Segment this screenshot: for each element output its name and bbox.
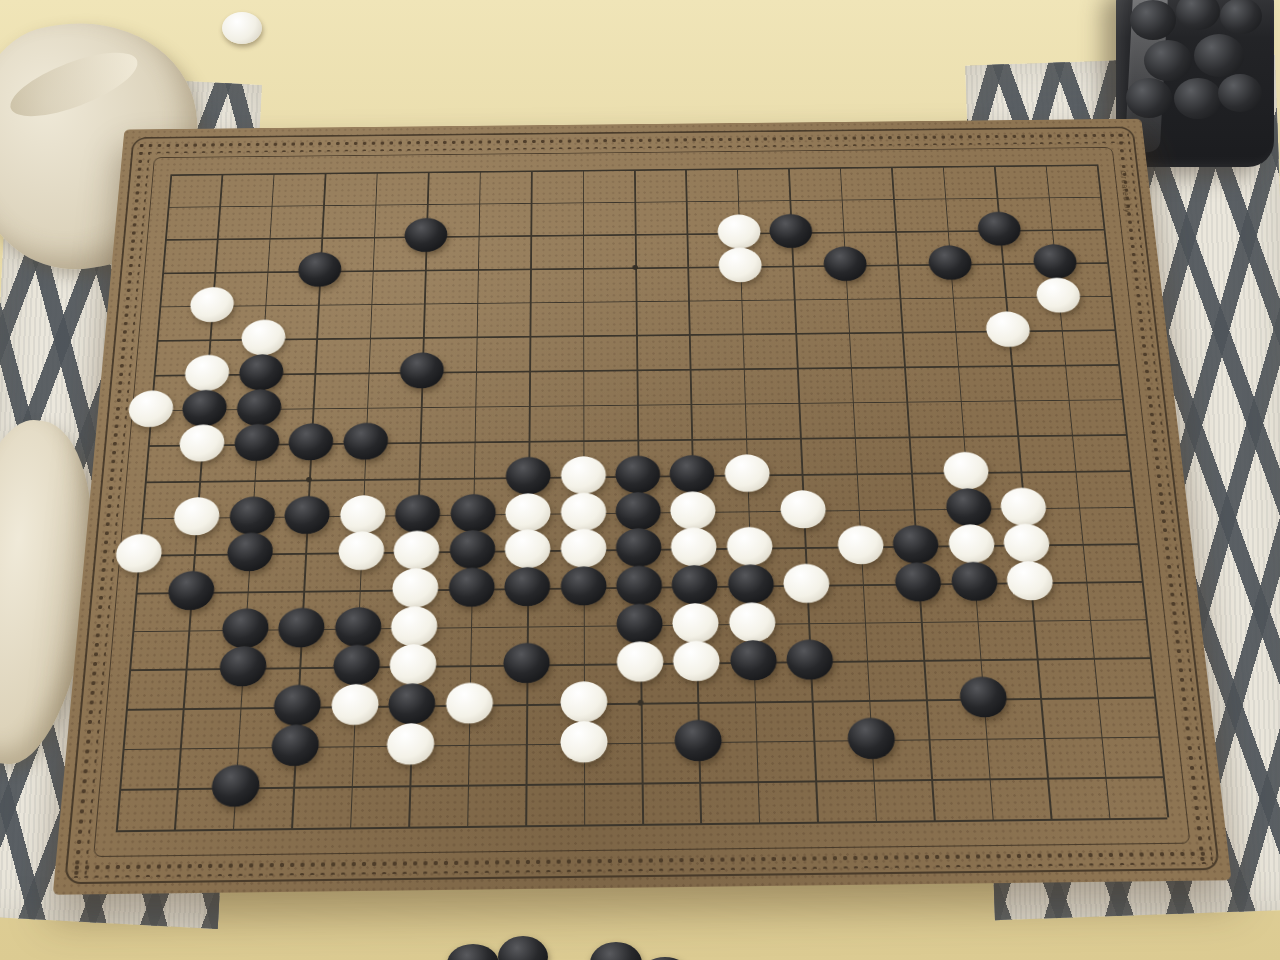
white-stone[interactable] [560,681,607,722]
star-point [638,700,644,706]
white-stone[interactable] [671,528,717,567]
jar-black-stone [1176,0,1220,30]
black-stone[interactable] [181,389,228,426]
jar-black-stone [1126,78,1172,118]
white-stone[interactable] [717,215,761,249]
black-stone[interactable] [769,214,813,248]
black-stone[interactable] [236,389,282,426]
black-stone[interactable] [218,646,267,687]
white-stone[interactable] [560,721,607,763]
black-stone[interactable] [288,424,334,461]
black-stone[interactable] [616,492,662,530]
white-stone[interactable] [331,684,379,725]
white-stone[interactable] [724,454,770,492]
black-stone[interactable] [388,683,436,724]
black-stone[interactable] [334,607,382,647]
black-stone[interactable] [847,717,896,759]
jar-black-stone [1194,34,1244,77]
black-stone[interactable] [616,528,662,567]
black-stone[interactable] [167,571,216,611]
white-stone[interactable] [783,564,830,604]
white-stone[interactable] [561,456,606,494]
black-stone[interactable] [271,724,320,766]
star-point [306,477,312,482]
white-stone[interactable] [942,452,990,490]
black-stone[interactable] [1032,244,1078,279]
white-stone[interactable] [718,248,762,283]
black-stone[interactable] [616,603,663,643]
white-stone[interactable] [505,530,551,569]
go-board-grid[interactable] [116,164,1167,830]
black-stone[interactable] [450,494,496,532]
white-stone[interactable] [392,568,439,608]
white-stone[interactable] [617,642,664,683]
black-stone[interactable] [284,495,331,533]
jar-black-stone [1174,78,1222,119]
black-stone[interactable] [945,488,993,526]
white-stone[interactable] [999,487,1047,525]
star-point [632,265,638,270]
white-stone[interactable] [560,529,606,568]
white-stone[interactable] [726,527,773,566]
black-stone[interactable] [226,533,274,572]
white-stone[interactable] [729,602,776,642]
white-stone[interactable] [338,532,385,571]
black-stone[interactable] [823,246,868,281]
white-stone[interactable] [387,723,435,765]
go-board: Created by [53,119,1232,895]
black-stone[interactable] [727,564,774,604]
black-stone[interactable] [506,457,551,495]
white-stone[interactable] [190,287,236,322]
black-stone[interactable] [977,212,1023,246]
black-stone[interactable] [927,245,972,280]
white-stone[interactable] [673,641,720,682]
black-stone[interactable] [343,423,389,460]
black-stone[interactable] [210,765,260,808]
white-stone[interactable] [1006,561,1055,600]
jar-black-stone [1218,74,1262,112]
black-stone[interactable] [503,643,550,684]
black-stone[interactable] [404,218,448,252]
black-stone[interactable] [278,607,326,647]
white-stone[interactable] [947,525,995,564]
white-stone[interactable] [985,312,1032,348]
jar-black-stone [1144,40,1192,81]
white-stone[interactable] [393,531,440,570]
black-stone[interactable] [238,354,284,390]
black-stone[interactable] [395,494,441,532]
black-stone[interactable] [449,530,495,569]
white-stone[interactable] [389,644,437,685]
black-stone[interactable] [672,565,719,605]
black-stone[interactable] [950,562,999,601]
black-stone[interactable] [560,566,606,606]
black-stone[interactable] [615,456,660,494]
black-stone[interactable] [228,496,275,534]
white-stone[interactable] [173,497,221,536]
white-stone[interactable] [240,320,286,356]
white-stone[interactable] [1002,524,1051,563]
black-stone[interactable] [400,352,445,388]
white-stone[interactable] [673,603,720,643]
black-stone[interactable] [448,568,495,608]
black-stone[interactable] [670,455,716,493]
white-stone[interactable] [339,495,386,533]
black-stone[interactable] [298,252,343,287]
white-stone[interactable] [179,425,226,462]
jar-black-stone [1130,0,1176,40]
black-stone[interactable] [892,525,940,564]
jar-black-stone [1220,0,1262,34]
black-stone[interactable] [504,567,550,607]
white-stone[interactable] [1035,277,1082,312]
white-stone[interactable] [837,526,884,565]
black-stone[interactable] [273,685,322,726]
black-stone[interactable] [675,719,723,761]
white-stone[interactable] [561,492,606,530]
white-stone[interactable] [445,683,493,724]
black-stone[interactable] [616,566,662,606]
white-stone[interactable] [391,606,438,646]
white-stone-on-table[interactable] [222,12,262,44]
black-stone[interactable] [786,640,834,681]
white-stone[interactable] [505,493,550,531]
black-stone[interactable] [730,640,778,681]
black-stone[interactable] [894,562,942,601]
black-stone[interactable] [233,424,280,461]
white-stone[interactable] [184,355,231,391]
black-stone[interactable] [958,676,1008,717]
white-stone[interactable] [780,490,827,528]
black-stone[interactable] [221,608,270,648]
white-stone[interactable] [670,491,716,529]
black-stone[interactable] [332,645,380,686]
